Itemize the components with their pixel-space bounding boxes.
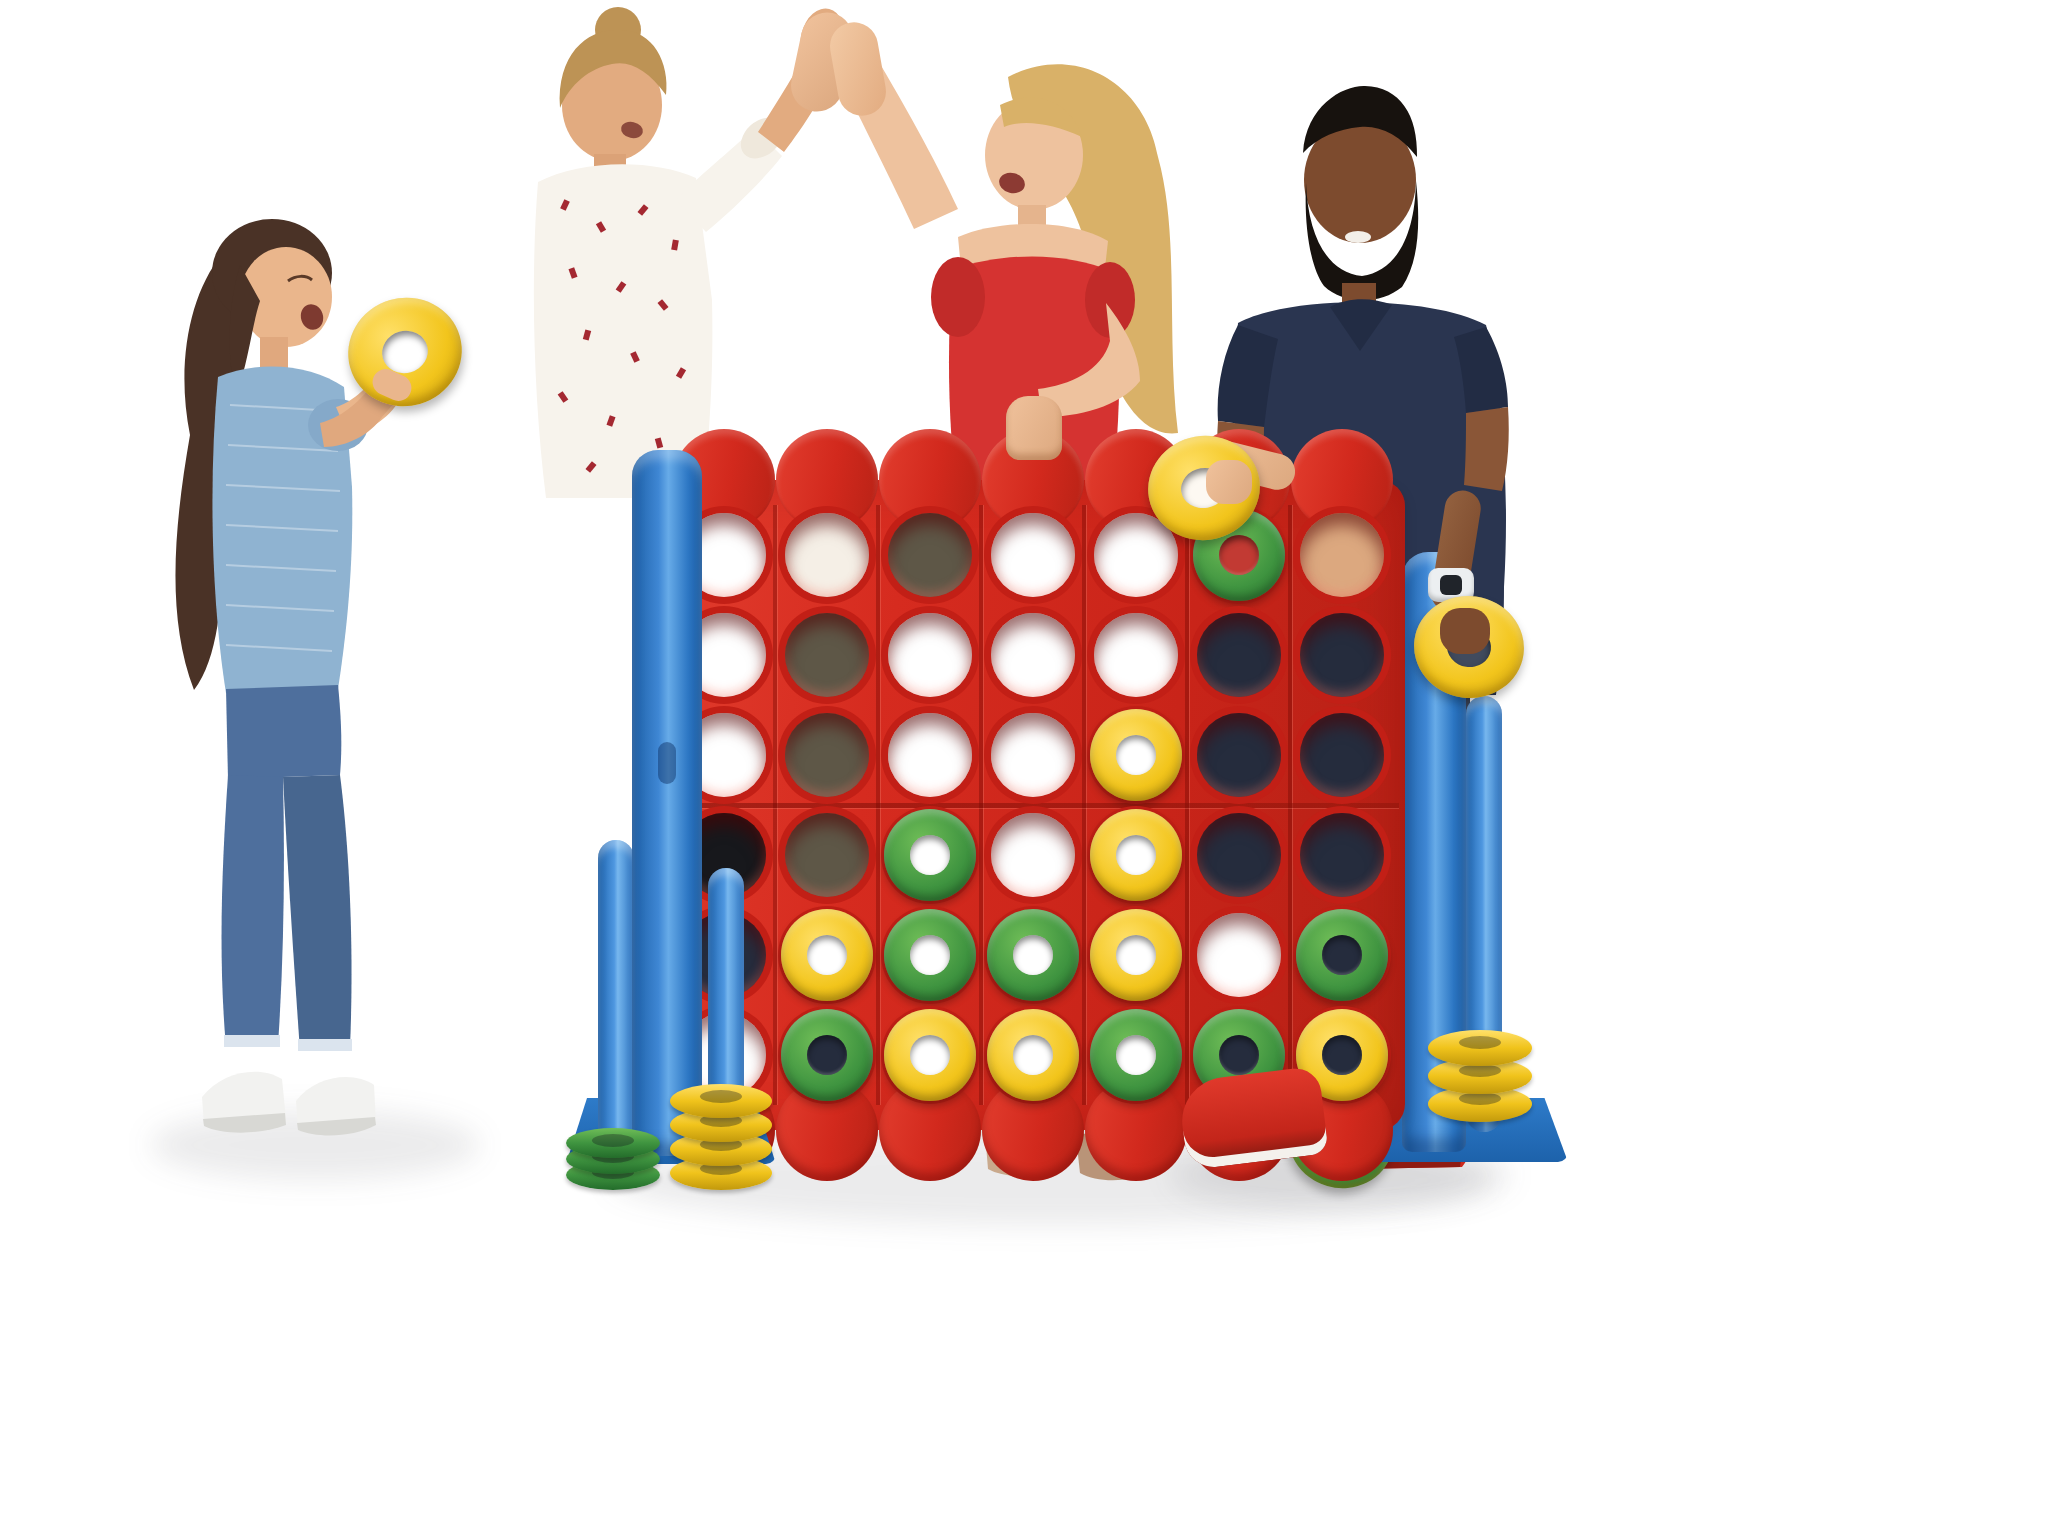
board-cell-r4c7	[1300, 813, 1384, 897]
product-photo-stage	[0, 0, 2048, 1537]
spare-ring-hole	[592, 1150, 634, 1163]
board-cell-r2c4	[991, 613, 1075, 697]
piece-green-r6c2	[781, 1009, 873, 1101]
piece-hole	[1013, 1035, 1053, 1075]
man-navy-right-hand	[1440, 608, 1490, 654]
board-cell-r4c2	[785, 813, 869, 897]
board-seam	[666, 803, 1399, 808]
board-cell-r3c1	[682, 713, 766, 797]
board-cell-r3c2	[785, 713, 869, 797]
hem-fray-right	[298, 1039, 352, 1051]
piece-hole	[1219, 535, 1259, 575]
piece-green-r6c5	[1090, 1009, 1182, 1101]
piece-hole	[1116, 835, 1156, 875]
board-cell-r1c3	[888, 513, 972, 597]
jeans-right-leg	[283, 775, 352, 1051]
piece-hole	[910, 1035, 950, 1075]
board-cell-r5c1	[682, 913, 766, 997]
board-cell-r2c3	[888, 613, 972, 697]
piece-hole	[1219, 1035, 1259, 1075]
board-cell-r2c5	[1094, 613, 1178, 697]
board-cell-r6c1	[682, 1013, 766, 1097]
board-cell-r5c6	[1197, 913, 1281, 997]
piece-hole	[1322, 1035, 1362, 1075]
red-sleeve-left	[931, 257, 985, 337]
board-cell-r2c7	[1300, 613, 1384, 697]
piece-hole	[1322, 935, 1362, 975]
mouth-smile	[1345, 231, 1371, 243]
piece-yellow-r4c5	[1090, 809, 1182, 901]
board-cell-r2c2	[785, 613, 869, 697]
hem-fray-left	[224, 1035, 280, 1047]
piece-hole	[1116, 735, 1156, 775]
piece-hole	[807, 935, 847, 975]
board-cell-r4c4	[991, 813, 1075, 897]
board-cell-r3c6	[1197, 713, 1281, 797]
piece-hole	[910, 935, 950, 975]
man-navy-left-hand	[1206, 460, 1252, 504]
piece-hole	[807, 1035, 847, 1075]
piece-yellow-r6c3	[884, 1009, 976, 1101]
board-cell-r3c3	[888, 713, 972, 797]
board-cell-r2c6	[1197, 613, 1281, 697]
piece-green-r5c7	[1296, 909, 1388, 1001]
board-cell-r1c1	[682, 513, 766, 597]
board-cell-r1c2	[785, 513, 869, 597]
hand-on-board	[1006, 396, 1062, 460]
board-cell-r3c7	[1300, 713, 1384, 797]
piece-yellow-r5c2	[781, 909, 873, 1001]
spare-ring-green	[566, 1128, 660, 1158]
board-cell-r3c4	[991, 713, 1075, 797]
piece-green-r4c3	[884, 809, 976, 901]
piece-hole	[1013, 935, 1053, 975]
piece-yellow-r3c5	[1090, 709, 1182, 801]
board-cell-r4c1	[682, 813, 766, 897]
connect-four-board	[660, 480, 1405, 1130]
jeans-left-leg	[222, 775, 284, 1047]
watch-face	[1440, 575, 1462, 595]
left-rear-peg	[598, 840, 634, 1176]
jeans-hip	[226, 685, 341, 779]
piece-yellow-r6c4	[987, 1009, 1079, 1101]
piece-hole	[1116, 935, 1156, 975]
board-cell-r2c1	[682, 613, 766, 697]
piece-hole	[910, 835, 950, 875]
piece-green-r5c4	[987, 909, 1079, 1001]
spare-ring-hole	[592, 1134, 634, 1147]
piece-green-r5c3	[884, 909, 976, 1001]
board-cell-r4c6	[1197, 813, 1281, 897]
board-cell-r1c7	[1300, 513, 1384, 597]
piece-yellow-r5c5	[1090, 909, 1182, 1001]
right-upperarm	[1464, 407, 1509, 491]
board-cell-r1c4	[991, 513, 1075, 597]
piece-hole	[1116, 1035, 1156, 1075]
